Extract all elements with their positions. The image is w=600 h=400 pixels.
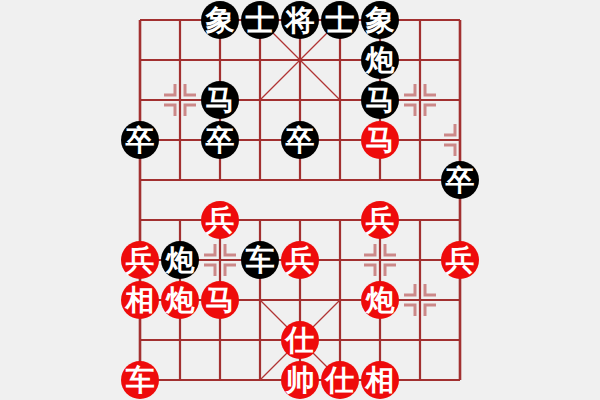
piece-black-general[interactable]: 将	[281, 1, 319, 39]
piece-red-general[interactable]: 帅	[281, 361, 319, 399]
piece-red-horse[interactable]: 马	[361, 121, 399, 159]
piece-red-elephant[interactable]: 相	[121, 281, 159, 319]
piece-black-horse[interactable]: 马	[201, 81, 239, 119]
piece-red-advisor[interactable]: 仕	[321, 361, 359, 399]
piece-black-cannon[interactable]: 炮	[161, 241, 199, 279]
xiangqi-board[interactable]: 象士将士象炮马马卒卒卒马卒兵兵兵炮车兵兵相炮马炮仕车帅仕相	[120, 0, 480, 400]
piece-red-chariot[interactable]: 车	[121, 361, 159, 399]
piece-black-soldier[interactable]: 卒	[201, 121, 239, 159]
piece-red-cannon[interactable]: 炮	[161, 281, 199, 319]
piece-red-soldier[interactable]: 兵	[281, 241, 319, 279]
piece-red-horse[interactable]: 马	[201, 281, 239, 319]
piece-black-soldier[interactable]: 卒	[441, 161, 479, 199]
piece-red-soldier[interactable]: 兵	[121, 241, 159, 279]
piece-black-cannon[interactable]: 炮	[361, 41, 399, 79]
piece-black-soldier[interactable]: 卒	[281, 121, 319, 159]
piece-black-advisor[interactable]: 士	[321, 1, 359, 39]
piece-red-soldier[interactable]: 兵	[441, 241, 479, 279]
piece-black-advisor[interactable]: 士	[241, 1, 279, 39]
xiangqi-app-screen: 象士将士象炮马马卒卒卒马卒兵兵兵炮车兵兵相炮马炮仕车帅仕相	[0, 0, 600, 400]
piece-red-advisor[interactable]: 仕	[281, 321, 319, 359]
piece-red-elephant[interactable]: 相	[361, 361, 399, 399]
piece-red-soldier[interactable]: 兵	[201, 201, 239, 239]
piece-black-chariot[interactable]: 车	[241, 241, 279, 279]
piece-black-horse[interactable]: 马	[361, 81, 399, 119]
piece-black-elephant[interactable]: 象	[361, 1, 399, 39]
piece-black-soldier[interactable]: 卒	[121, 121, 159, 159]
piece-red-cannon[interactable]: 炮	[361, 281, 399, 319]
piece-red-soldier[interactable]: 兵	[361, 201, 399, 239]
piece-black-elephant[interactable]: 象	[201, 1, 239, 39]
